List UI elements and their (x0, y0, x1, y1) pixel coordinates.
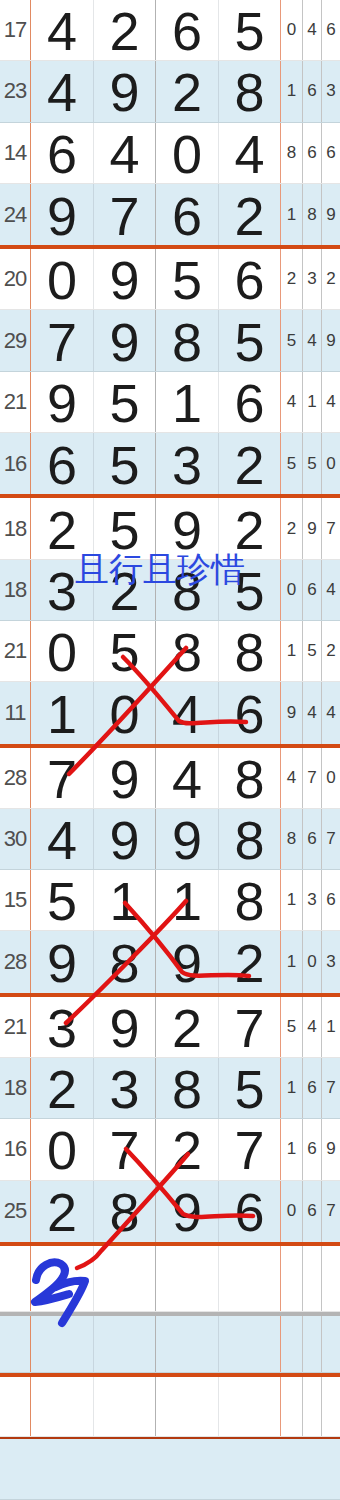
stat-cell: 4 (303, 310, 322, 370)
stat-cell: 8 (281, 123, 303, 183)
digit-cell: 5 (219, 310, 281, 370)
stat-cell: 6 (303, 61, 322, 121)
digit-cell: 5 (156, 249, 219, 309)
stat-cell: 9 (322, 184, 340, 245)
chart-row: 213927541 (0, 997, 340, 1058)
chart-rows: 1742650462349281631464048662497621892009… (0, 0, 340, 1500)
period-cell: 28 (0, 748, 31, 808)
digit-cell: 6 (31, 123, 94, 183)
stat-cell: 5 (303, 433, 322, 494)
chart-row: 219516414 (0, 372, 340, 433)
stat-cell: 6 (322, 870, 340, 930)
digit-cell: 0 (156, 123, 219, 183)
period-cell: 14 (0, 123, 31, 183)
digit-cell: 4 (31, 0, 94, 60)
stat-cell: 4 (322, 560, 340, 620)
chart-row (0, 1377, 340, 1437)
stat-cell: 0 (281, 560, 303, 620)
stat-cell: 0 (281, 1181, 303, 1242)
chart-row: 252896067 (0, 1181, 340, 1242)
digit-cell: 8 (156, 310, 219, 370)
digit-cell: 7 (219, 997, 281, 1057)
digit-cell: 7 (94, 1119, 156, 1179)
digit-cell: 8 (219, 870, 281, 930)
period-cell: 30 (0, 809, 31, 869)
stat-cell: 1 (281, 621, 303, 681)
digit-cell: 2 (94, 0, 156, 60)
stat-cell: 1 (303, 372, 322, 432)
chart-row: 304998867 (0, 809, 340, 870)
chart-row: 210588152 (0, 621, 340, 682)
chart-row: 160727169 (0, 1119, 340, 1180)
stat-cell: 9 (281, 682, 303, 743)
chart-row: 155118136 (0, 870, 340, 931)
digit-cell: 9 (94, 997, 156, 1057)
digit-cell: 4 (219, 123, 281, 183)
stat-cell: 2 (281, 498, 303, 558)
chart-row: 287948470 (0, 748, 340, 809)
stat-cell: 9 (303, 498, 322, 558)
stat-cell: 3 (303, 249, 322, 309)
stat-cell: 7 (322, 498, 340, 558)
period-cell: 21 (0, 621, 31, 681)
stat-cell: 1 (281, 1119, 303, 1179)
digit-cell: 8 (219, 809, 281, 869)
period-cell: 16 (0, 1119, 31, 1179)
digit-cell: 9 (94, 61, 156, 121)
digit-cell: 5 (94, 372, 156, 432)
digit-cell: 5 (94, 433, 156, 494)
period-cell: 18 (0, 498, 31, 558)
digit-cell: 8 (94, 1181, 156, 1242)
digit-cell: 4 (156, 682, 219, 743)
chart-row: 249762189 (0, 184, 340, 245)
digit-cell: 7 (94, 184, 156, 245)
digit-cell: 2 (156, 997, 219, 1057)
stat-cell: 1 (281, 184, 303, 245)
chart-row: 289892103 (0, 931, 340, 992)
digit-cell: 8 (219, 621, 281, 681)
stat-cell: 4 (281, 372, 303, 432)
digit-cell: 9 (94, 249, 156, 309)
stat-cell: 7 (322, 809, 340, 869)
digit-cell: 9 (156, 1181, 219, 1242)
period-cell: 23 (0, 61, 31, 121)
digit-cell: 5 (219, 1058, 281, 1118)
chart-row: 297985549 (0, 310, 340, 371)
digit-cell: 2 (31, 1058, 94, 1118)
lottery-trend-chart: 1742650462349281631464048662497621892009… (0, 0, 340, 1500)
stat-cell: 7 (303, 748, 322, 808)
digit-cell: 8 (94, 931, 156, 992)
stat-cell: 1 (322, 997, 340, 1057)
digit-cell: 8 (156, 621, 219, 681)
chart-row: 174265046 (0, 0, 340, 61)
stat-cell: 2 (322, 249, 340, 309)
stat-cell: 6 (303, 1119, 322, 1179)
stat-cell: 4 (303, 682, 322, 743)
stat-cell: 6 (303, 1181, 322, 1242)
digit-cell: 2 (219, 433, 281, 494)
stat-cell: 8 (303, 184, 322, 245)
period-cell: 16 (0, 433, 31, 494)
stat-cell: 8 (281, 809, 303, 869)
period-cell: 24 (0, 184, 31, 245)
digit-cell: 7 (31, 748, 94, 808)
stat-cell: 7 (322, 1058, 340, 1118)
digit-cell: 5 (219, 0, 281, 60)
digit-cell: 5 (94, 621, 156, 681)
digit-cell: 6 (156, 0, 219, 60)
digit-cell: 1 (31, 682, 94, 743)
stat-cell: 6 (303, 809, 322, 869)
digit-cell: 8 (219, 61, 281, 121)
stat-cell: 0 (303, 931, 322, 992)
period-cell: 21 (0, 372, 31, 432)
digit-cell: 9 (31, 372, 94, 432)
digit-cell: 3 (156, 433, 219, 494)
stat-cell: 0 (322, 433, 340, 494)
digit-cell: 2 (156, 1119, 219, 1179)
period-cell: 17 (0, 0, 31, 60)
chart-row (0, 1246, 340, 1312)
digit-cell: 7 (219, 1119, 281, 1179)
stat-cell: 3 (322, 61, 340, 121)
digit-cell: 8 (156, 1058, 219, 1118)
digit-cell: 9 (156, 809, 219, 869)
stat-cell: 1 (281, 1058, 303, 1118)
digit-cell: 1 (156, 372, 219, 432)
chart-row: 234928163 (0, 61, 340, 122)
digit-cell: 4 (156, 748, 219, 808)
period-cell: 25 (0, 1181, 31, 1242)
stat-cell: 7 (322, 1181, 340, 1242)
digit-cell: 3 (94, 1058, 156, 1118)
digit-cell: 2 (31, 1181, 94, 1242)
period-cell: 20 (0, 249, 31, 309)
stat-cell: 4 (303, 997, 322, 1057)
chart-row (0, 1316, 340, 1373)
stat-cell: 9 (322, 1119, 340, 1179)
period-cell: 18 (0, 560, 31, 620)
digit-cell: 6 (219, 682, 281, 743)
digit-cell: 9 (156, 931, 219, 992)
digit-cell: 6 (219, 372, 281, 432)
stat-cell: 6 (303, 123, 322, 183)
digit-cell: 0 (31, 249, 94, 309)
stat-cell: 6 (322, 0, 340, 60)
digit-cell: 6 (219, 1181, 281, 1242)
stat-cell: 5 (281, 997, 303, 1057)
digit-cell: 1 (156, 870, 219, 930)
digit-cell: 1 (94, 870, 156, 930)
digit-cell: 4 (31, 809, 94, 869)
digit-cell: 4 (31, 61, 94, 121)
chart-row: 182385167 (0, 1058, 340, 1119)
chart-row: 200956232 (0, 249, 340, 310)
stat-cell: 5 (303, 621, 322, 681)
digit-cell: 6 (31, 433, 94, 494)
digit-cell: 9 (94, 748, 156, 808)
stat-cell: 3 (322, 931, 340, 992)
stat-cell: 4 (281, 748, 303, 808)
digit-cell: 2 (219, 931, 281, 992)
stat-cell: 4 (322, 682, 340, 743)
chart-row: 166532550 (0, 433, 340, 494)
stat-cell: 1 (281, 870, 303, 930)
stat-cell: 3 (303, 870, 322, 930)
digit-cell: 4 (94, 123, 156, 183)
stat-cell: 2 (322, 621, 340, 681)
digit-cell: 6 (219, 249, 281, 309)
digit-cell: 2 (219, 184, 281, 245)
digit-cell: 3 (31, 997, 94, 1057)
stat-cell: 1 (281, 61, 303, 121)
digit-cell: 6 (156, 184, 219, 245)
stat-cell: 5 (281, 310, 303, 370)
stat-cell: 1 (281, 931, 303, 992)
digit-cell: 9 (31, 931, 94, 992)
watermark-text: 且行且珍惜 (75, 547, 245, 593)
period-cell: 18 (0, 1058, 31, 1118)
period-cell: 28 (0, 931, 31, 992)
chart-row: 111046944 (0, 682, 340, 743)
digit-cell: 5 (31, 870, 94, 930)
stat-cell: 6 (322, 123, 340, 183)
stat-cell: 2 (281, 249, 303, 309)
stat-cell: 0 (281, 0, 303, 60)
period-cell: 11 (0, 682, 31, 743)
stat-cell: 9 (322, 310, 340, 370)
digit-cell: 9 (31, 184, 94, 245)
digit-cell: 9 (94, 809, 156, 869)
digit-cell: 9 (94, 310, 156, 370)
stat-cell: 6 (303, 560, 322, 620)
period-cell: 15 (0, 870, 31, 930)
stat-cell: 4 (322, 372, 340, 432)
digit-cell: 2 (156, 61, 219, 121)
chart-row (0, 1439, 340, 1500)
stat-cell: 6 (303, 1058, 322, 1118)
digit-cell: 8 (219, 748, 281, 808)
stat-cell: 0 (322, 748, 340, 808)
digit-cell: 0 (31, 1119, 94, 1179)
period-cell: 21 (0, 997, 31, 1057)
digit-cell: 7 (31, 310, 94, 370)
stat-cell: 4 (303, 0, 322, 60)
digit-cell: 0 (31, 621, 94, 681)
chart-row: 146404866 (0, 123, 340, 184)
period-cell: 29 (0, 310, 31, 370)
stat-cell: 5 (281, 433, 303, 494)
digit-cell: 0 (94, 682, 156, 743)
